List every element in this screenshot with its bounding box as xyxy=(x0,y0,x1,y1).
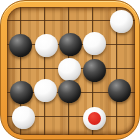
black-stone xyxy=(83,59,106,82)
black-stone xyxy=(59,33,82,56)
white-stone xyxy=(12,106,35,129)
white-stone xyxy=(83,107,106,130)
white-stone xyxy=(110,10,133,33)
stones-layer xyxy=(7,7,135,135)
black-stone xyxy=(58,80,81,103)
white-stone xyxy=(34,79,57,102)
white-stone xyxy=(58,58,81,81)
screenshot-root xyxy=(0,0,140,140)
black-stone xyxy=(10,81,33,104)
last-move-marker xyxy=(88,112,101,125)
white-stone xyxy=(83,32,106,55)
black-stone xyxy=(108,79,131,102)
go-app-icon[interactable] xyxy=(0,0,140,140)
go-board xyxy=(7,7,135,135)
white-stone xyxy=(35,34,58,57)
black-stone xyxy=(9,34,32,57)
